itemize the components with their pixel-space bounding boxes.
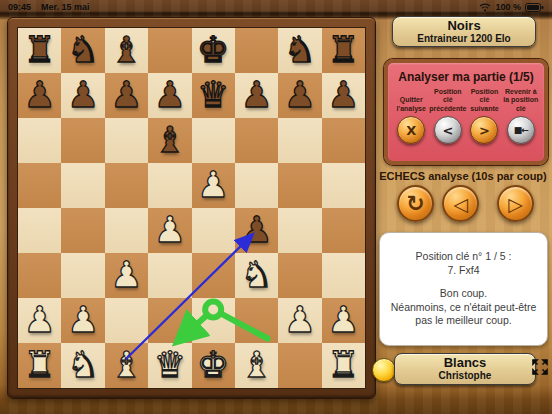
engine-controls: ↻◁▷ [384,185,548,223]
black-knight-b8: ♞ [61,28,104,72]
square-g6[interactable] [278,118,321,163]
analysis-panel-title: Analyser ma partie (1/5) [388,70,544,84]
square-d3[interactable] [148,253,191,298]
battery-icon [525,3,544,12]
chess-board: ♜♞♝♚♞♜♟♟♟♟♛♟♟♟♝♟♟♟♟♞♟♟♟♟♜♞♝♛♚♝♜ [7,17,376,399]
next-key-position-button-glyph: > [479,124,490,137]
square-d4[interactable]: ♟ [148,208,191,253]
square-g5[interactable] [278,163,321,208]
black-bishop-c8: ♝ [105,28,148,72]
status-bar: 09:45 Mer. 15 mai 100 % [0,0,552,14]
white-bishop-c1: ♝ [105,343,148,387]
white-player-title: Blancs [395,355,535,370]
square-b1[interactable]: ♞ [61,343,104,388]
analysis-panel: Analyser ma partie (1/5) Quitterl'analys… [384,59,548,165]
square-b4[interactable] [61,208,104,253]
white-pawn-c3: ♟ [105,253,148,297]
black-pawn-a7: ♟ [18,73,61,117]
fullscreen-icon[interactable] [531,358,549,376]
black-knight-g8: ♞ [278,28,321,72]
wifi-icon [479,3,491,12]
square-b6[interactable] [61,118,104,163]
next-key-position-button-icon[interactable]: > [470,116,498,144]
black-queen-e7: ♛ [192,73,235,117]
next-key-position-button[interactable]: Positionclésuivante> [466,87,502,144]
square-e1[interactable]: ♚ [192,343,235,388]
comment-panel: Position clé n° 1 / 5 :7. Fxf4Bon coup.N… [379,232,548,346]
previous-key-position-button[interactable]: Positioncléprécédente< [429,87,466,144]
square-c7[interactable]: ♟ [105,73,148,118]
engine-refresh-button-glyph: ↻ [406,191,424,216]
white-pawn-a2: ♟ [18,298,61,342]
return-to-key-position-button-glyph: ■← [514,126,528,135]
square-a3[interactable] [18,253,61,298]
square-c6[interactable] [105,118,148,163]
square-h7[interactable]: ♟ [322,73,365,118]
quit-analysis-button-icon[interactable]: X [397,116,425,144]
white-king-e1: ♚ [192,343,235,387]
quit-analysis-button-glyph: X [406,124,416,137]
square-a4[interactable] [18,208,61,253]
square-h4[interactable] [322,208,365,253]
square-e7[interactable]: ♛ [192,73,235,118]
square-h5[interactable] [322,163,365,208]
square-d5[interactable] [148,163,191,208]
black-pawn-f7: ♟ [235,73,278,117]
clock-time: 09:45 [8,2,31,12]
square-e6[interactable] [192,118,235,163]
square-b8[interactable]: ♞ [61,28,104,73]
square-c2[interactable] [105,298,148,343]
white-pawn-e5: ♟ [192,163,235,207]
square-f2[interactable] [235,298,278,343]
previous-key-position-button-icon[interactable]: < [434,116,462,144]
square-g7[interactable]: ♟ [278,73,321,118]
comment-line-1: Position clé n° 1 / 5 : [380,250,547,263]
square-h2[interactable]: ♟ [322,298,365,343]
square-g4[interactable] [278,208,321,253]
square-f6[interactable] [235,118,278,163]
white-pawn-b2: ♟ [61,298,104,342]
square-e3[interactable] [192,253,235,298]
chess-app: 09:45 Mer. 15 mai 100 % ♜♞♝♚♞♜♟♟♟♟♛♟♟♟♝♟… [0,0,552,414]
white-queen-d1: ♛ [148,343,191,387]
black-king-e8: ♚ [192,28,235,72]
black-pawn-g7: ♟ [278,73,321,117]
square-e2[interactable] [192,298,235,343]
square-e8[interactable]: ♚ [192,28,235,73]
square-e5[interactable]: ♟ [192,163,235,208]
square-c4[interactable] [105,208,148,253]
square-d8[interactable] [148,28,191,73]
white-pawn-h2: ♟ [322,298,365,342]
square-f3[interactable]: ♞ [235,253,278,298]
white-rook-h1: ♜ [322,343,365,387]
square-f8[interactable] [235,28,278,73]
square-a6[interactable] [18,118,61,163]
return-to-key-position-button[interactable]: Revenir àla positionclé■← [503,87,539,144]
next-key-position-button-label: Positionclésuivante [470,87,498,113]
white-knight-b1: ♞ [61,343,104,387]
quit-analysis-button-label: Quitterl'analyse [397,87,426,113]
black-pawn-h7: ♟ [322,73,365,117]
black-player-title: Noirs [393,18,535,33]
previous-key-position-button-label: Positioncléprécédente [429,87,466,113]
square-h1[interactable]: ♜ [322,343,365,388]
square-c3[interactable]: ♟ [105,253,148,298]
engine-refresh-button[interactable]: ↻ [397,185,434,222]
square-f5[interactable] [235,163,278,208]
black-pawn-d7: ♟ [148,73,191,117]
square-d1[interactable]: ♛ [148,343,191,388]
white-bishop-f1: ♝ [235,343,278,387]
comment-line-2: 7. Fxf4 [380,264,547,277]
square-a5[interactable] [18,163,61,208]
square-g1[interactable] [278,343,321,388]
white-knight-f3: ♞ [235,253,278,297]
comment-line-6: pas le meilleur coup. [380,314,547,327]
square-d2[interactable] [148,298,191,343]
square-f7[interactable]: ♟ [235,73,278,118]
quit-analysis-button[interactable]: Quitterl'analyseX [393,87,429,144]
comment-spacer [380,277,547,287]
square-h8[interactable]: ♜ [322,28,365,73]
square-a7[interactable]: ♟ [18,73,61,118]
black-pawn-c7: ♟ [105,73,148,117]
square-b3[interactable] [61,253,104,298]
black-pawn-b7: ♟ [61,73,104,117]
clock-date: Mer. 15 mai [41,2,90,12]
white-player-subtitle: Christophe [395,370,535,381]
black-rook-h8: ♜ [322,28,365,72]
square-g8[interactable]: ♞ [278,28,321,73]
square-g3[interactable] [278,253,321,298]
engine-forward-button[interactable]: ▷ [497,185,534,222]
return-to-key-position-button-icon[interactable]: ■← [507,116,535,144]
square-b2[interactable]: ♟ [61,298,104,343]
square-c5[interactable] [105,163,148,208]
white-rook-a1: ♜ [18,343,61,387]
square-c8[interactable]: ♝ [105,28,148,73]
white-player-button[interactable]: Blancs Christophe [394,353,536,385]
engine-forward-button-glyph: ▷ [508,193,523,215]
black-rook-a8: ♜ [18,28,61,72]
black-player-subtitle: Entraineur 1200 Elo [393,33,535,44]
comment-line-5: Néanmoins, ce n'était peut-être [380,301,547,314]
return-to-key-position-button-label: Revenir àla positionclé [503,87,538,113]
square-f4[interactable]: ♟ [235,208,278,253]
black-bishop-d6: ♝ [148,118,191,162]
square-a8[interactable]: ♜ [18,28,61,73]
square-g2[interactable]: ♟ [278,298,321,343]
square-b7[interactable]: ♟ [61,73,104,118]
square-f1[interactable]: ♝ [235,343,278,388]
square-h3[interactable] [322,253,365,298]
black-player-button[interactable]: Noirs Entraineur 1200 Elo [392,16,536,47]
square-h6[interactable] [322,118,365,163]
engine-back-button-glyph: ◁ [453,193,468,215]
previous-key-position-button-glyph: < [442,124,453,137]
square-d6[interactable]: ♝ [148,118,191,163]
square-a2[interactable]: ♟ [18,298,61,343]
turn-indicator-dot [372,358,396,382]
black-pawn-f4: ♟ [235,208,278,252]
square-a1[interactable]: ♜ [18,343,61,388]
engine-label: ECHECS analyse (10s par coup) [378,170,548,182]
battery-percent: 100 % [495,2,521,12]
comment-line-4: Bon coup. [380,287,547,300]
white-pawn-d4: ♟ [148,208,191,252]
square-c1[interactable]: ♝ [105,343,148,388]
engine-back-button[interactable]: ◁ [442,185,479,222]
square-d7[interactable]: ♟ [148,73,191,118]
white-pawn-g2: ♟ [278,298,321,342]
square-b5[interactable] [61,163,104,208]
square-e4[interactable] [192,208,235,253]
